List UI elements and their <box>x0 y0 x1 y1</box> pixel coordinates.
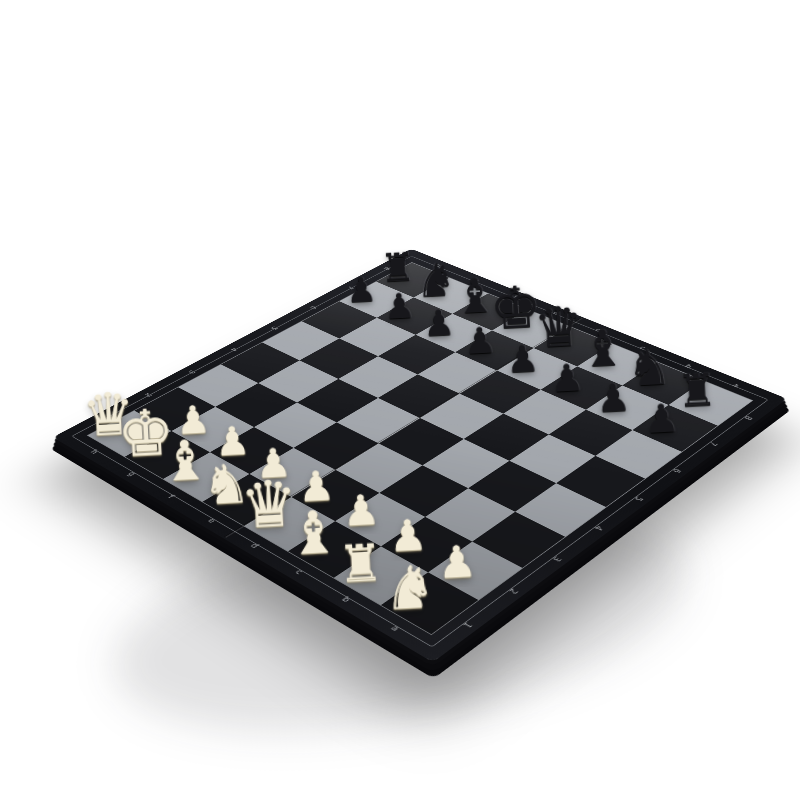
pieces-layer: ♜♞♝♚♛♝♞♜♟♟♟♟♟♟♟♟♟♟♟♟♟♟♟♛♚♝♞♛♝♜♞ <box>87 262 754 635</box>
black-pawn-glyph: ♟ <box>595 378 631 418</box>
black-pawn-glyph: ♟ <box>642 398 679 439</box>
white-bishop-glyph: ♝ <box>285 502 340 563</box>
black-rook-glyph: ♜ <box>676 367 718 413</box>
black-knight-glyph: ♞ <box>414 257 456 304</box>
black-queen-glyph: ♛ <box>532 298 584 356</box>
black-pawn-glyph: ♟ <box>462 322 496 360</box>
black-pawn-glyph: ♟ <box>422 305 456 342</box>
black-knight-glyph: ♞ <box>625 342 672 394</box>
white-pawn-glyph: ♟ <box>436 539 477 585</box>
white-rook-glyph: ♜ <box>336 537 384 590</box>
chess-set-scene: hgfedcba hgfedcba 12345678 12345678 ♜♞♝♚… <box>147 145 694 692</box>
black-pawn-glyph: ♟ <box>505 340 540 378</box>
black-pawn-glyph: ♟ <box>549 358 585 397</box>
black-bishop-glyph: ♝ <box>579 322 627 375</box>
white-pawn-glyph: ♟ <box>387 513 428 558</box>
white-pawn-glyph: ♟ <box>341 488 381 532</box>
white-knight-glyph: ♞ <box>381 557 437 619</box>
black-pawn-glyph: ♟ <box>382 288 415 324</box>
perspective-wrapper: hgfedcba hgfedcba 12345678 12345678 ♜♞♝♚… <box>147 145 694 692</box>
